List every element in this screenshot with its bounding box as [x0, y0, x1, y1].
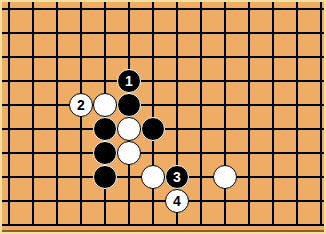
go-diagram: 1234 [0, 0, 326, 234]
stone-white-c3-r4: 2 [69, 93, 93, 117]
move-number-label: 1 [125, 74, 133, 88]
go-board: 1234 [2, 2, 324, 232]
stone-white-c5-r6 [117, 141, 141, 165]
move-number-label: 3 [173, 170, 181, 184]
stone-black-c5-r4 [117, 93, 141, 117]
move-number-label: 4 [173, 194, 181, 208]
stone-black-c4-r7 [93, 165, 117, 189]
stone-black-c4-r6 [93, 141, 117, 165]
stone-black-c5-r3: 1 [117, 69, 141, 93]
stone-white-c5-r5 [117, 117, 141, 141]
stone-white-c6-r7 [141, 165, 165, 189]
stone-black-c4-r5 [93, 117, 117, 141]
stones-layer: 1234 [2, 2, 324, 232]
stone-white-c7-r8: 4 [165, 189, 189, 213]
stone-white-c9-r7 [213, 165, 237, 189]
move-number-label: 2 [77, 98, 85, 112]
stone-white-c4-r4 [93, 93, 117, 117]
stone-black-c7-r7: 3 [165, 165, 189, 189]
stone-black-c6-r5 [141, 117, 165, 141]
